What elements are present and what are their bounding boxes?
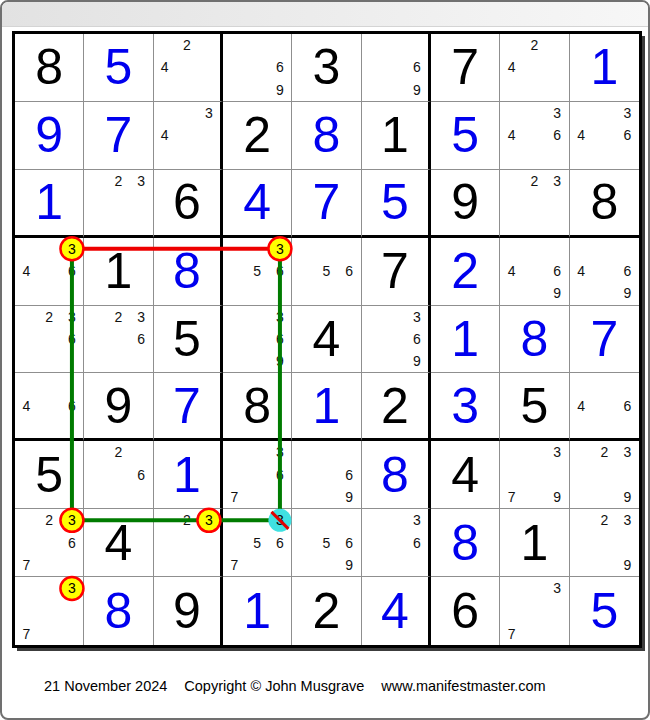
candidate-6: 6 [616, 124, 639, 146]
cell-r3c3[interactable]: 6 [154, 170, 223, 238]
cell-r5c3[interactable]: 5 [154, 306, 223, 374]
candidate-4: 4 [154, 56, 176, 78]
solved-digit: 8 [105, 586, 133, 636]
candidate-2: 2 [593, 509, 616, 531]
candidate-9: 9 [406, 350, 428, 372]
candidates: 69 [223, 34, 291, 101]
cell-r5c1[interactable]: 236 [15, 306, 84, 374]
candidate-5: 5 [246, 532, 269, 554]
candidates: 346 [570, 102, 639, 169]
given-digit: 5 [35, 450, 63, 500]
candidates: 26 [84, 441, 152, 508]
cell-r7c1[interactable]: 5 [15, 441, 84, 509]
solved-digit: 1 [243, 586, 271, 636]
cell-r5c8[interactable]: 8 [500, 306, 569, 374]
candidate-6: 6 [616, 260, 639, 282]
candidate-2: 2 [38, 306, 61, 328]
given-digit: 4 [105, 518, 133, 568]
candidates: 34 [154, 102, 220, 169]
solved-digit: 1 [173, 450, 201, 500]
candidates: 24 [154, 34, 220, 101]
given-digit: 8 [35, 42, 63, 92]
candidate-9: 9 [616, 282, 639, 304]
footer-website: www.manifestmaster.com [381, 678, 545, 694]
candidate-6: 6 [61, 532, 84, 554]
cell-r2c2[interactable]: 7 [84, 102, 153, 170]
given-digit: 2 [243, 110, 271, 160]
candidate-3: 3 [546, 441, 569, 463]
candidate-6: 6 [130, 464, 153, 486]
given-digit: 4 [451, 450, 479, 500]
cell-r4c1[interactable]: 346 [15, 238, 84, 306]
given-digit: 8 [590, 177, 618, 227]
candidate-6: 6 [269, 464, 292, 486]
cell-r9c2[interactable]: 8 [84, 577, 153, 645]
cell-r1c6[interactable]: 69 [362, 34, 431, 102]
cell-r8c9[interactable]: 239 [570, 509, 639, 577]
candidates: 2367 [15, 509, 83, 576]
given-digit: 1 [381, 110, 409, 160]
cell-r6c5[interactable]: 1 [292, 373, 361, 441]
candidate-2: 2 [38, 509, 61, 531]
candidate-3: 3 [130, 306, 153, 328]
candidate-3: 3 [61, 306, 84, 328]
solved-digit: 7 [590, 314, 618, 364]
candidates: 36 [362, 509, 428, 576]
candidate-5: 5 [315, 260, 338, 282]
candidates: 239 [570, 509, 639, 576]
candidate-4: 4 [570, 395, 593, 417]
candidates: 369 [362, 306, 428, 373]
candidate-2: 2 [176, 34, 198, 56]
solved-digit: 3 [451, 381, 479, 431]
candidate-6: 6 [269, 56, 292, 78]
cell-r8c8[interactable]: 1 [500, 509, 569, 577]
solved-digit: 2 [451, 246, 479, 296]
candidates: 236 [84, 306, 152, 373]
solved-digit: 7 [313, 177, 341, 227]
solved-digit: 4 [243, 177, 271, 227]
cell-r1c8[interactable]: 24 [500, 34, 569, 102]
cell-r7c8[interactable]: 379 [500, 441, 569, 509]
candidate-6: 6 [61, 395, 84, 417]
cell-r2c3[interactable]: 34 [154, 102, 223, 170]
candidate-6: 6 [269, 328, 292, 350]
cell-r1c5[interactable]: 3 [292, 34, 361, 102]
cell-r9c4[interactable]: 1 [223, 577, 292, 645]
given-digit: 7 [451, 42, 479, 92]
solved-digit: 8 [451, 518, 479, 568]
cell-r3c9[interactable]: 8 [570, 170, 639, 238]
cell-r8c6[interactable]: 36 [362, 509, 431, 577]
candidate-3: 3 [269, 441, 292, 463]
candidate-4: 4 [500, 56, 523, 78]
candidate-4: 4 [570, 124, 593, 146]
given-digit: 2 [313, 586, 341, 636]
candidate-4: 4 [15, 395, 38, 417]
cell-r4c4[interactable]: 356 [223, 238, 292, 306]
solved-digit: 1 [451, 314, 479, 364]
cell-r1c3[interactable]: 24 [154, 34, 223, 102]
footer: 21 November 2024 Copyright © John Musgra… [44, 678, 546, 694]
cell-r8c3[interactable]: 23 [154, 509, 223, 577]
cell-r6c1[interactable]: 46 [15, 373, 84, 441]
candidates: 236 [15, 306, 83, 373]
candidate-6: 6 [130, 328, 153, 350]
candidates: 24 [500, 34, 568, 101]
solved-digit: 5 [105, 42, 133, 92]
candidates: 346 [15, 238, 83, 305]
given-digit: 6 [173, 177, 201, 227]
candidate-2: 2 [593, 441, 616, 463]
candidate-3: 3 [406, 306, 428, 328]
candidate-6: 6 [338, 464, 361, 486]
candidate-7: 7 [15, 554, 38, 576]
cell-r7c7[interactable]: 4 [431, 441, 500, 509]
candidate-3: 3 [269, 238, 292, 260]
cell-r4c7[interactable]: 2 [431, 238, 500, 306]
solved-digit: 8 [313, 110, 341, 160]
candidate-9: 9 [546, 486, 569, 508]
candidate-6: 6 [338, 532, 361, 554]
solved-digit: 7 [105, 110, 133, 160]
candidate-9: 9 [616, 486, 639, 508]
solved-digit: 7 [173, 381, 201, 431]
cell-r9c5[interactable]: 2 [292, 577, 361, 645]
cell-r3c1[interactable]: 1 [15, 170, 84, 238]
candidate-6: 6 [338, 260, 361, 282]
candidate-2: 2 [107, 306, 130, 328]
candidates: 3567 [223, 509, 291, 576]
candidate-9: 9 [406, 79, 428, 101]
cell-r3c4[interactable]: 4 [223, 170, 292, 238]
candidates: 46 [15, 373, 83, 438]
cell-r7c9[interactable]: 239 [570, 441, 639, 509]
candidates: 239 [570, 441, 639, 508]
candidates: 69 [292, 441, 360, 508]
candidate-6: 6 [269, 532, 292, 554]
cell-r1c4[interactable]: 69 [223, 34, 292, 102]
candidate-3: 3 [546, 577, 569, 600]
candidate-7: 7 [500, 486, 523, 508]
candidate-3: 3 [61, 577, 84, 600]
candidates: 369 [223, 306, 291, 373]
cell-r4c3[interactable]: 8 [154, 238, 223, 306]
cell-r8c4[interactable]: 3567 [223, 509, 292, 577]
candidate-3: 3 [198, 102, 220, 124]
solved-digit: 8 [173, 246, 201, 296]
candidate-3: 3 [616, 102, 639, 124]
candidates: 379 [500, 441, 568, 508]
candidate-3: 3 [269, 509, 292, 531]
cell-r1c9[interactable]: 1 [570, 34, 639, 102]
titlebar [2, 2, 648, 27]
candidate-3: 3 [198, 509, 220, 531]
cell-r4c6[interactable]: 7 [362, 238, 431, 306]
candidate-9: 9 [269, 79, 292, 101]
cell-r8c2[interactable]: 4 [84, 509, 153, 577]
candidate-6: 6 [546, 260, 569, 282]
cell-r1c1[interactable]: 8 [15, 34, 84, 102]
candidates: 346 [500, 102, 568, 169]
cell-r5c7[interactable]: 1 [431, 306, 500, 374]
cell-r6c4[interactable]: 8 [223, 373, 292, 441]
footer-date: 21 November 2024 [44, 678, 167, 694]
candidate-4: 4 [500, 260, 523, 282]
cell-r8c1[interactable]: 2367 [15, 509, 84, 577]
candidate-2: 2 [523, 170, 546, 192]
cell-r6c3[interactable]: 7 [154, 373, 223, 441]
cell-r5c2[interactable]: 236 [84, 306, 153, 374]
candidates: 23 [154, 509, 220, 576]
cell-r3c6[interactable]: 5 [362, 170, 431, 238]
cell-r9c7[interactable]: 6 [431, 577, 500, 645]
candidate-3: 3 [130, 170, 153, 192]
cell-r8c7[interactable]: 8 [431, 509, 500, 577]
cell-r3c8[interactable]: 23 [500, 170, 569, 238]
candidate-9: 9 [338, 486, 361, 508]
cell-r2c5[interactable]: 8 [292, 102, 361, 170]
given-digit: 1 [105, 246, 133, 296]
footer-copyright: Copyright © John Musgrave [184, 678, 364, 694]
candidate-2: 2 [176, 509, 198, 531]
candidate-3: 3 [616, 441, 639, 463]
solved-digit: 8 [381, 450, 409, 500]
candidate-6: 6 [61, 328, 84, 350]
candidate-7: 7 [223, 554, 246, 576]
candidate-9: 9 [269, 350, 292, 372]
candidate-6: 6 [61, 260, 84, 282]
solved-digit: 1 [590, 42, 618, 92]
candidate-9: 9 [616, 554, 639, 576]
cell-r1c2[interactable]: 5 [84, 34, 153, 102]
cell-r7c4[interactable]: 367 [223, 441, 292, 509]
candidate-3: 3 [61, 509, 84, 531]
cell-r2c7[interactable]: 5 [431, 102, 500, 170]
given-digit: 8 [243, 381, 271, 431]
cell-r1c7[interactable]: 7 [431, 34, 500, 102]
given-digit: 5 [173, 314, 201, 364]
candidate-7: 7 [15, 622, 38, 645]
candidate-3: 3 [546, 102, 569, 124]
candidate-4: 4 [15, 260, 38, 282]
given-digit: 9 [173, 586, 201, 636]
page: 8524693697241973428153463461236475923834… [0, 0, 650, 720]
cell-r5c4[interactable]: 369 [223, 306, 292, 374]
cell-r4c8[interactable]: 469 [500, 238, 569, 306]
candidate-9: 9 [546, 282, 569, 304]
cell-r4c2[interactable]: 1 [84, 238, 153, 306]
solved-digit: 9 [35, 110, 63, 160]
given-digit: 2 [381, 381, 409, 431]
cell-r6c8[interactable]: 5 [500, 373, 569, 441]
candidate-3: 3 [406, 509, 428, 531]
cell-r6c7[interactable]: 3 [431, 373, 500, 441]
candidate-2: 2 [107, 170, 130, 192]
cell-r6c9[interactable]: 46 [570, 373, 639, 441]
candidates: 469 [500, 238, 568, 305]
cell-r3c7[interactable]: 9 [431, 170, 500, 238]
given-digit: 1 [521, 518, 549, 568]
cell-r4c5[interactable]: 56 [292, 238, 361, 306]
candidates: 569 [292, 509, 360, 576]
cell-r3c5[interactable]: 7 [292, 170, 361, 238]
cell-r6c6[interactable]: 2 [362, 373, 431, 441]
given-digit: 9 [451, 177, 479, 227]
cell-r2c1[interactable]: 9 [15, 102, 84, 170]
candidate-6: 6 [406, 328, 428, 350]
cell-r5c9[interactable]: 7 [570, 306, 639, 374]
given-digit: 6 [451, 586, 479, 636]
given-digit: 9 [105, 381, 133, 431]
candidate-2: 2 [523, 34, 546, 56]
cell-r9c6[interactable]: 4 [362, 577, 431, 645]
candidates: 37 [15, 577, 83, 645]
cell-r4c9[interactable]: 469 [570, 238, 639, 306]
candidates: 23 [84, 170, 152, 235]
solved-digit: 1 [35, 177, 63, 227]
candidates: 46 [570, 373, 639, 438]
candidate-4: 4 [500, 124, 523, 146]
cell-r2c9[interactable]: 346 [570, 102, 639, 170]
candidate-4: 4 [570, 260, 593, 282]
solved-digit: 5 [451, 110, 479, 160]
solved-digit: 1 [313, 381, 341, 431]
solved-digit: 4 [381, 586, 409, 636]
candidate-3: 3 [546, 170, 569, 192]
solved-digit: 5 [381, 177, 409, 227]
candidates: 469 [570, 238, 639, 305]
candidates: 69 [362, 34, 428, 101]
candidate-6: 6 [616, 395, 639, 417]
cell-r7c6[interactable]: 8 [362, 441, 431, 509]
cell-r9c8[interactable]: 37 [500, 577, 569, 645]
candidates: 37 [500, 577, 568, 645]
candidate-7: 7 [500, 622, 523, 645]
candidate-3: 3 [61, 238, 84, 260]
candidate-3: 3 [269, 306, 292, 328]
cell-r7c5[interactable]: 69 [292, 441, 361, 509]
candidate-9: 9 [338, 554, 361, 576]
candidates: 356 [223, 238, 291, 305]
candidates: 56 [292, 238, 360, 305]
solved-digit: 5 [590, 586, 618, 636]
cell-r9c9[interactable]: 5 [570, 577, 639, 645]
candidate-3: 3 [616, 509, 639, 531]
cell-r6c2[interactable]: 9 [84, 373, 153, 441]
candidate-5: 5 [246, 260, 269, 282]
given-digit: 3 [313, 42, 341, 92]
sudoku-board: 8524693697241973428153463461236475923834… [12, 31, 642, 648]
cell-r2c8[interactable]: 346 [500, 102, 569, 170]
given-digit: 7 [381, 246, 409, 296]
candidate-5: 5 [315, 532, 338, 554]
sudoku-grid: 8524693697241973428153463461236475923834… [12, 31, 642, 648]
cell-r7c3[interactable]: 1 [154, 441, 223, 509]
candidates: 367 [223, 441, 291, 508]
candidate-2: 2 [107, 441, 130, 463]
cell-r5c6[interactable]: 369 [362, 306, 431, 374]
candidate-6: 6 [546, 124, 569, 146]
cell-r2c4[interactable]: 2 [223, 102, 292, 170]
cell-r5c5[interactable]: 4 [292, 306, 361, 374]
solved-digit: 8 [521, 314, 549, 364]
cell-r3c2[interactable]: 23 [84, 170, 153, 238]
candidate-6: 6 [406, 56, 428, 78]
cell-r9c3[interactable]: 9 [154, 577, 223, 645]
cell-r7c2[interactable]: 26 [84, 441, 153, 509]
given-digit: 5 [521, 381, 549, 431]
candidate-6: 6 [269, 260, 292, 282]
candidate-4: 4 [154, 124, 176, 146]
given-digit: 4 [313, 314, 341, 364]
candidate-6: 6 [406, 532, 428, 554]
cell-r9c1[interactable]: 37 [15, 577, 84, 645]
cell-r8c5[interactable]: 569 [292, 509, 361, 577]
cell-r2c6[interactable]: 1 [362, 102, 431, 170]
candidate-7: 7 [223, 486, 246, 508]
candidates: 23 [500, 170, 568, 235]
